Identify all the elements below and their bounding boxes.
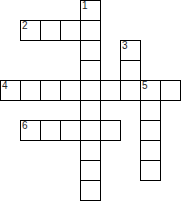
cell-r4c7[interactable]: 5 <box>140 80 161 101</box>
cell-r4c8[interactable] <box>160 80 181 101</box>
cell-r3c4[interactable] <box>80 60 101 81</box>
cell-r7c7[interactable] <box>140 140 161 161</box>
cell-r6c7[interactable] <box>140 120 161 141</box>
clue-number-3: 3 <box>122 41 128 51</box>
cell-r6c1[interactable]: 6 <box>20 120 41 141</box>
cell-r5c7[interactable] <box>140 100 161 121</box>
cell-r1c3[interactable] <box>60 20 81 41</box>
cell-r4c4[interactable] <box>80 80 101 101</box>
cell-r1c2[interactable] <box>40 20 61 41</box>
cell-r4c3[interactable] <box>60 80 81 101</box>
crossword-board: 123456 <box>0 0 181 201</box>
cell-r2c6[interactable]: 3 <box>120 40 141 61</box>
cell-r1c1[interactable]: 2 <box>20 20 41 41</box>
cell-r6c3[interactable] <box>60 120 81 141</box>
cell-r4c2[interactable] <box>40 80 61 101</box>
clue-number-5: 5 <box>142 81 148 91</box>
clue-number-6: 6 <box>22 121 28 131</box>
cell-r4c6[interactable] <box>120 80 141 101</box>
cell-r5c4[interactable] <box>80 100 101 121</box>
cell-r9c4[interactable] <box>80 180 101 201</box>
clue-number-2: 2 <box>22 21 28 31</box>
cell-r3c6[interactable] <box>120 60 141 81</box>
cell-r8c4[interactable] <box>80 160 101 181</box>
clue-number-1: 1 <box>82 1 88 11</box>
cell-r6c5[interactable] <box>100 120 121 141</box>
cell-r8c7[interactable] <box>140 160 161 181</box>
cell-r4c5[interactable] <box>100 80 121 101</box>
cell-r6c4[interactable] <box>80 120 101 141</box>
cell-r1c4[interactable] <box>80 20 101 41</box>
cell-r0c4[interactable]: 1 <box>80 0 101 21</box>
cell-r4c1[interactable] <box>20 80 41 101</box>
cell-r6c2[interactable] <box>40 120 61 141</box>
cell-r4c0[interactable]: 4 <box>0 80 21 101</box>
clue-number-4: 4 <box>2 81 8 91</box>
cell-r2c4[interactable] <box>80 40 101 61</box>
cell-r7c4[interactable] <box>80 140 101 161</box>
